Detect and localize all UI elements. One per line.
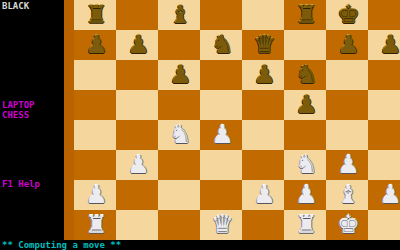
square-d3[interactable] <box>200 150 242 180</box>
square-e7[interactable]: ♛ <box>242 30 284 60</box>
square-f5[interactable]: ♟ <box>284 90 326 120</box>
black-rook[interactable]: ♜ <box>284 0 326 30</box>
square-b1[interactable] <box>116 210 158 240</box>
black-pawn[interactable]: ♟ <box>158 60 200 90</box>
status-text: ** Computing a move ** <box>2 240 121 250</box>
square-e5[interactable] <box>242 90 284 120</box>
square-g4[interactable] <box>326 120 368 150</box>
square-a3[interactable] <box>74 150 116 180</box>
black-rook[interactable]: ♜ <box>74 0 116 30</box>
white-pawn[interactable]: ♟ <box>74 180 116 210</box>
square-b6[interactable] <box>116 60 158 90</box>
black-pawn[interactable]: ♟ <box>284 90 326 120</box>
square-a8[interactable]: ♜ <box>74 0 116 30</box>
square-f6[interactable]: ♞ <box>284 60 326 90</box>
square-b5[interactable] <box>116 90 158 120</box>
white-rook[interactable]: ♜ <box>284 210 326 240</box>
square-b7[interactable]: ♟ <box>116 30 158 60</box>
white-bishop[interactable]: ♝ <box>326 180 368 210</box>
square-b4[interactable] <box>116 120 158 150</box>
square-a2[interactable]: ♟ <box>74 180 116 210</box>
chess-board: ♜♝♜♚♟♟♞♛♟♟♟♟♞♟♞♟♟♞♟♟♟♟♝♟♜♛♜♚ <box>74 0 400 240</box>
black-pawn[interactable]: ♟ <box>242 60 284 90</box>
white-pawn[interactable]: ♟ <box>200 120 242 150</box>
app-title-line2: CHESS <box>2 110 29 120</box>
square-c4[interactable]: ♞ <box>158 120 200 150</box>
black-pawn[interactable]: ♟ <box>368 30 400 60</box>
black-knight[interactable]: ♞ <box>284 60 326 90</box>
white-knight[interactable]: ♞ <box>284 150 326 180</box>
square-f4[interactable] <box>284 120 326 150</box>
side-to-move-label: BLACK <box>2 1 29 11</box>
square-c6[interactable]: ♟ <box>158 60 200 90</box>
square-c8[interactable]: ♝ <box>158 0 200 30</box>
white-queen[interactable]: ♛ <box>200 210 242 240</box>
status-bar: ** Computing a move ** <box>0 240 400 250</box>
square-e8[interactable] <box>242 0 284 30</box>
square-h7[interactable]: ♟ <box>368 30 400 60</box>
board-left-border <box>64 0 74 240</box>
square-b2[interactable] <box>116 180 158 210</box>
white-rook[interactable]: ♜ <box>74 210 116 240</box>
square-h1[interactable] <box>368 210 400 240</box>
square-d6[interactable] <box>200 60 242 90</box>
square-h2[interactable]: ♟ <box>368 180 400 210</box>
square-g8[interactable]: ♚ <box>326 0 368 30</box>
square-h6[interactable] <box>368 60 400 90</box>
square-a4[interactable] <box>74 120 116 150</box>
square-f2[interactable]: ♟ <box>284 180 326 210</box>
black-pawn[interactable]: ♟ <box>116 30 158 60</box>
white-pawn[interactable]: ♟ <box>284 180 326 210</box>
square-a1[interactable]: ♜ <box>74 210 116 240</box>
square-h5[interactable] <box>368 90 400 120</box>
square-d8[interactable] <box>200 0 242 30</box>
square-f1[interactable]: ♜ <box>284 210 326 240</box>
black-bishop[interactable]: ♝ <box>158 0 200 30</box>
white-pawn[interactable]: ♟ <box>326 150 368 180</box>
black-king[interactable]: ♚ <box>326 0 368 30</box>
square-a6[interactable] <box>74 60 116 90</box>
app-title-line1: LAPTOP <box>2 100 35 110</box>
square-d4[interactable]: ♟ <box>200 120 242 150</box>
black-pawn[interactable]: ♟ <box>74 30 116 60</box>
square-h3[interactable] <box>368 150 400 180</box>
square-e3[interactable] <box>242 150 284 180</box>
square-b8[interactable] <box>116 0 158 30</box>
square-a5[interactable] <box>74 90 116 120</box>
black-knight[interactable]: ♞ <box>200 30 242 60</box>
square-e4[interactable] <box>242 120 284 150</box>
chess-app-screen: BLACK LAPTOPCHESS F1 Help ♜♝♜♚♟♟♞♛♟♟♟♟♞♟… <box>0 0 400 250</box>
square-f3[interactable]: ♞ <box>284 150 326 180</box>
square-h4[interactable] <box>368 120 400 150</box>
square-b3[interactable]: ♟ <box>116 150 158 180</box>
square-c2[interactable] <box>158 180 200 210</box>
white-king[interactable]: ♚ <box>326 210 368 240</box>
square-a7[interactable]: ♟ <box>74 30 116 60</box>
app-title: LAPTOPCHESS <box>2 100 35 120</box>
square-f7[interactable] <box>284 30 326 60</box>
square-e1[interactable] <box>242 210 284 240</box>
square-g7[interactable]: ♟ <box>326 30 368 60</box>
square-d7[interactable]: ♞ <box>200 30 242 60</box>
black-pawn[interactable]: ♟ <box>326 30 368 60</box>
square-g1[interactable]: ♚ <box>326 210 368 240</box>
square-c1[interactable] <box>158 210 200 240</box>
square-e6[interactable]: ♟ <box>242 60 284 90</box>
black-queen[interactable]: ♛ <box>242 30 284 60</box>
white-knight[interactable]: ♞ <box>158 120 200 150</box>
square-g6[interactable] <box>326 60 368 90</box>
square-h8[interactable] <box>368 0 400 30</box>
square-d1[interactable]: ♛ <box>200 210 242 240</box>
square-g2[interactable]: ♝ <box>326 180 368 210</box>
square-c3[interactable] <box>158 150 200 180</box>
square-d5[interactable] <box>200 90 242 120</box>
white-pawn[interactable]: ♟ <box>368 180 400 210</box>
square-c5[interactable] <box>158 90 200 120</box>
square-d2[interactable] <box>200 180 242 210</box>
square-f8[interactable]: ♜ <box>284 0 326 30</box>
square-g3[interactable]: ♟ <box>326 150 368 180</box>
white-pawn[interactable]: ♟ <box>242 180 284 210</box>
white-pawn[interactable]: ♟ <box>116 150 158 180</box>
help-hint: F1 Help <box>2 179 40 189</box>
square-e2[interactable]: ♟ <box>242 180 284 210</box>
square-c7[interactable] <box>158 30 200 60</box>
square-g5[interactable] <box>326 90 368 120</box>
